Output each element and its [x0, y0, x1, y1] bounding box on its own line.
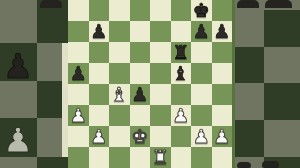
background-right-blur — [232, 0, 300, 168]
square-f1[interactable] — [171, 147, 192, 168]
square-a7[interactable] — [68, 21, 89, 42]
square-b4[interactable] — [89, 84, 110, 105]
square-e3[interactable] — [150, 105, 171, 126]
square-b2[interactable]: ♟ — [89, 126, 110, 147]
chess-board: ♚♟♟♟♜♟♝♝♟♟♟♟♚♟♟♜ — [68, 0, 232, 168]
bg-square — [264, 10, 300, 47]
square-f2[interactable] — [171, 126, 192, 147]
square-e7[interactable] — [150, 21, 171, 42]
square-d3[interactable] — [130, 105, 151, 126]
square-h5[interactable] — [212, 63, 233, 84]
square-d2[interactable]: ♚ — [130, 126, 151, 147]
square-a1[interactable] — [68, 147, 89, 168]
square-c8[interactable] — [109, 0, 130, 21]
bg-square — [235, 83, 264, 120]
square-h2[interactable]: ♟ — [212, 126, 233, 147]
square-d1[interactable] — [130, 147, 151, 168]
background-left-blur: ♟ ♟ — [0, 0, 68, 168]
square-a3[interactable]: ♟ — [68, 105, 89, 126]
piece-black-pawn[interactable]: ♟ — [212, 21, 233, 42]
square-d4[interactable]: ♟ — [130, 84, 151, 105]
square-c2[interactable] — [109, 126, 130, 147]
square-c1[interactable] — [109, 147, 130, 168]
square-e4[interactable] — [150, 84, 171, 105]
square-g2[interactable]: ♟ — [191, 126, 212, 147]
square-b8[interactable] — [89, 0, 110, 21]
piece-white-pawn[interactable]: ♟ — [212, 126, 233, 147]
piece-white-bishop[interactable]: ♝ — [109, 84, 130, 105]
bg-square — [37, 118, 62, 157]
bg-square — [264, 83, 300, 120]
square-g8[interactable]: ♚ — [191, 0, 212, 21]
piece-black-pawn[interactable]: ♟ — [191, 21, 212, 42]
bg-square — [0, 81, 37, 118]
square-a5[interactable]: ♟ — [68, 63, 89, 84]
bg-square — [37, 81, 62, 118]
bg-square — [37, 157, 62, 168]
square-e5[interactable] — [150, 63, 171, 84]
square-g7[interactable]: ♟ — [191, 21, 212, 42]
square-g3[interactable] — [191, 105, 212, 126]
bg-piece-silhouette — [237, 162, 251, 168]
square-b1[interactable] — [89, 147, 110, 168]
chess-video-frame: ♟ ♟ ♚♟♟♟♜♟♝♝♟♟♟♟♚♟♟♜ — [0, 0, 300, 168]
square-h7[interactable]: ♟ — [212, 21, 233, 42]
square-h8[interactable] — [212, 0, 233, 21]
square-b7[interactable]: ♟ — [89, 21, 110, 42]
square-f7[interactable] — [171, 21, 192, 42]
square-b3[interactable] — [89, 105, 110, 126]
square-g4[interactable] — [191, 84, 212, 105]
piece-black-pawn[interactable]: ♟ — [130, 84, 151, 105]
bg-square — [235, 10, 264, 47]
bg-square — [37, 43, 62, 81]
square-f5[interactable]: ♝ — [171, 63, 192, 84]
bg-piece-silhouette — [40, 0, 62, 8]
piece-black-rook[interactable]: ♜ — [171, 42, 192, 63]
square-g5[interactable] — [191, 63, 212, 84]
piece-white-king[interactable]: ♚ — [130, 126, 151, 147]
square-d8[interactable] — [130, 0, 151, 21]
bg-piece-silhouette — [265, 0, 292, 8]
square-f6[interactable]: ♜ — [171, 42, 192, 63]
square-a2[interactable] — [68, 126, 89, 147]
square-e6[interactable] — [150, 42, 171, 63]
bg-piece-silhouette — [237, 0, 259, 8]
square-e2[interactable] — [150, 126, 171, 147]
piece-white-pawn[interactable]: ♟ — [89, 126, 110, 147]
square-c6[interactable] — [109, 42, 130, 63]
bg-square — [235, 47, 264, 83]
square-b5[interactable] — [89, 63, 110, 84]
piece-black-pawn[interactable]: ♟ — [68, 63, 89, 84]
piece-white-rook[interactable]: ♜ — [150, 147, 171, 168]
square-f8[interactable] — [171, 0, 192, 21]
square-b6[interactable] — [89, 42, 110, 63]
square-a4[interactable] — [68, 84, 89, 105]
piece-white-pawn[interactable]: ♟ — [191, 126, 212, 147]
square-c3[interactable] — [109, 105, 130, 126]
piece-white-pawn[interactable]: ♟ — [68, 105, 89, 126]
piece-black-king[interactable]: ♚ — [191, 0, 212, 21]
square-c4[interactable]: ♝ — [109, 84, 130, 105]
square-d7[interactable] — [130, 21, 151, 42]
square-d6[interactable] — [130, 42, 151, 63]
square-g1[interactable] — [191, 147, 212, 168]
square-f4[interactable] — [171, 84, 192, 105]
bg-square — [264, 47, 300, 83]
square-e1[interactable]: ♜ — [150, 147, 171, 168]
piece-black-pawn[interactable]: ♟ — [89, 21, 110, 42]
square-a8[interactable] — [68, 0, 89, 21]
square-g6[interactable] — [191, 42, 212, 63]
bg-square — [235, 120, 264, 157]
bg-white-pawn-icon: ♟ — [0, 120, 36, 160]
square-e8[interactable] — [150, 0, 171, 21]
square-a6[interactable] — [68, 42, 89, 63]
square-c5[interactable] — [109, 63, 130, 84]
bg-square — [0, 0, 37, 43]
square-h3[interactable] — [212, 105, 233, 126]
square-f3[interactable]: ♟ — [171, 105, 192, 126]
square-h1[interactable] — [212, 147, 233, 168]
square-d5[interactable] — [130, 63, 151, 84]
square-h4[interactable] — [212, 84, 233, 105]
piece-black-bishop[interactable]: ♝ — [171, 63, 192, 84]
square-h6[interactable] — [212, 42, 233, 63]
bg-piece-silhouette — [262, 161, 279, 168]
bg-square — [264, 120, 300, 157]
bg-black-pawn-icon: ♟ — [0, 46, 36, 86]
square-c7[interactable] — [109, 21, 130, 42]
piece-white-pawn[interactable]: ♟ — [171, 105, 192, 126]
